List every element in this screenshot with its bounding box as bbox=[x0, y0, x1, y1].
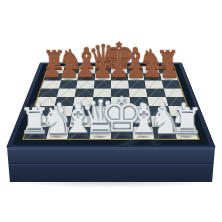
box-lid-seam bbox=[8, 163, 214, 165]
square-b6 bbox=[59, 81, 78, 89]
chess-board-3d: ♜♞♝♛♚♝♞♜♟♟♟♟♟♟♟♟♟♟♟♟♟♟♟♟♜♞♝♛♚♝♞♜ bbox=[6, 63, 216, 148]
chess-box-front bbox=[7, 147, 215, 182]
square-h6 bbox=[161, 81, 180, 89]
square-c6 bbox=[76, 81, 94, 89]
piece-copper-pawn: ♟ bbox=[160, 58, 180, 80]
piece-silver-rook: ♜ bbox=[171, 103, 203, 139]
square-e7: ♟ bbox=[111, 73, 128, 80]
square-g7: ♟ bbox=[143, 73, 161, 80]
square-h7: ♟ bbox=[159, 73, 178, 80]
square-h1: ♜ bbox=[173, 127, 198, 139]
chess-board: ♜♞♝♛♚♝♞♜♟♟♟♟♟♟♟♟♟♟♟♟♟♟♟♟♜♞♝♛♚♝♞♜ bbox=[24, 67, 198, 139]
square-h5 bbox=[163, 88, 183, 96]
square-g6 bbox=[145, 81, 164, 89]
chess-set-photo: ♜♞♝♛♚♝♞♜♟♟♟♟♟♟♟♟♟♟♟♟♟♟♟♟♜♞♝♛♚♝♞♜ bbox=[0, 0, 222, 222]
